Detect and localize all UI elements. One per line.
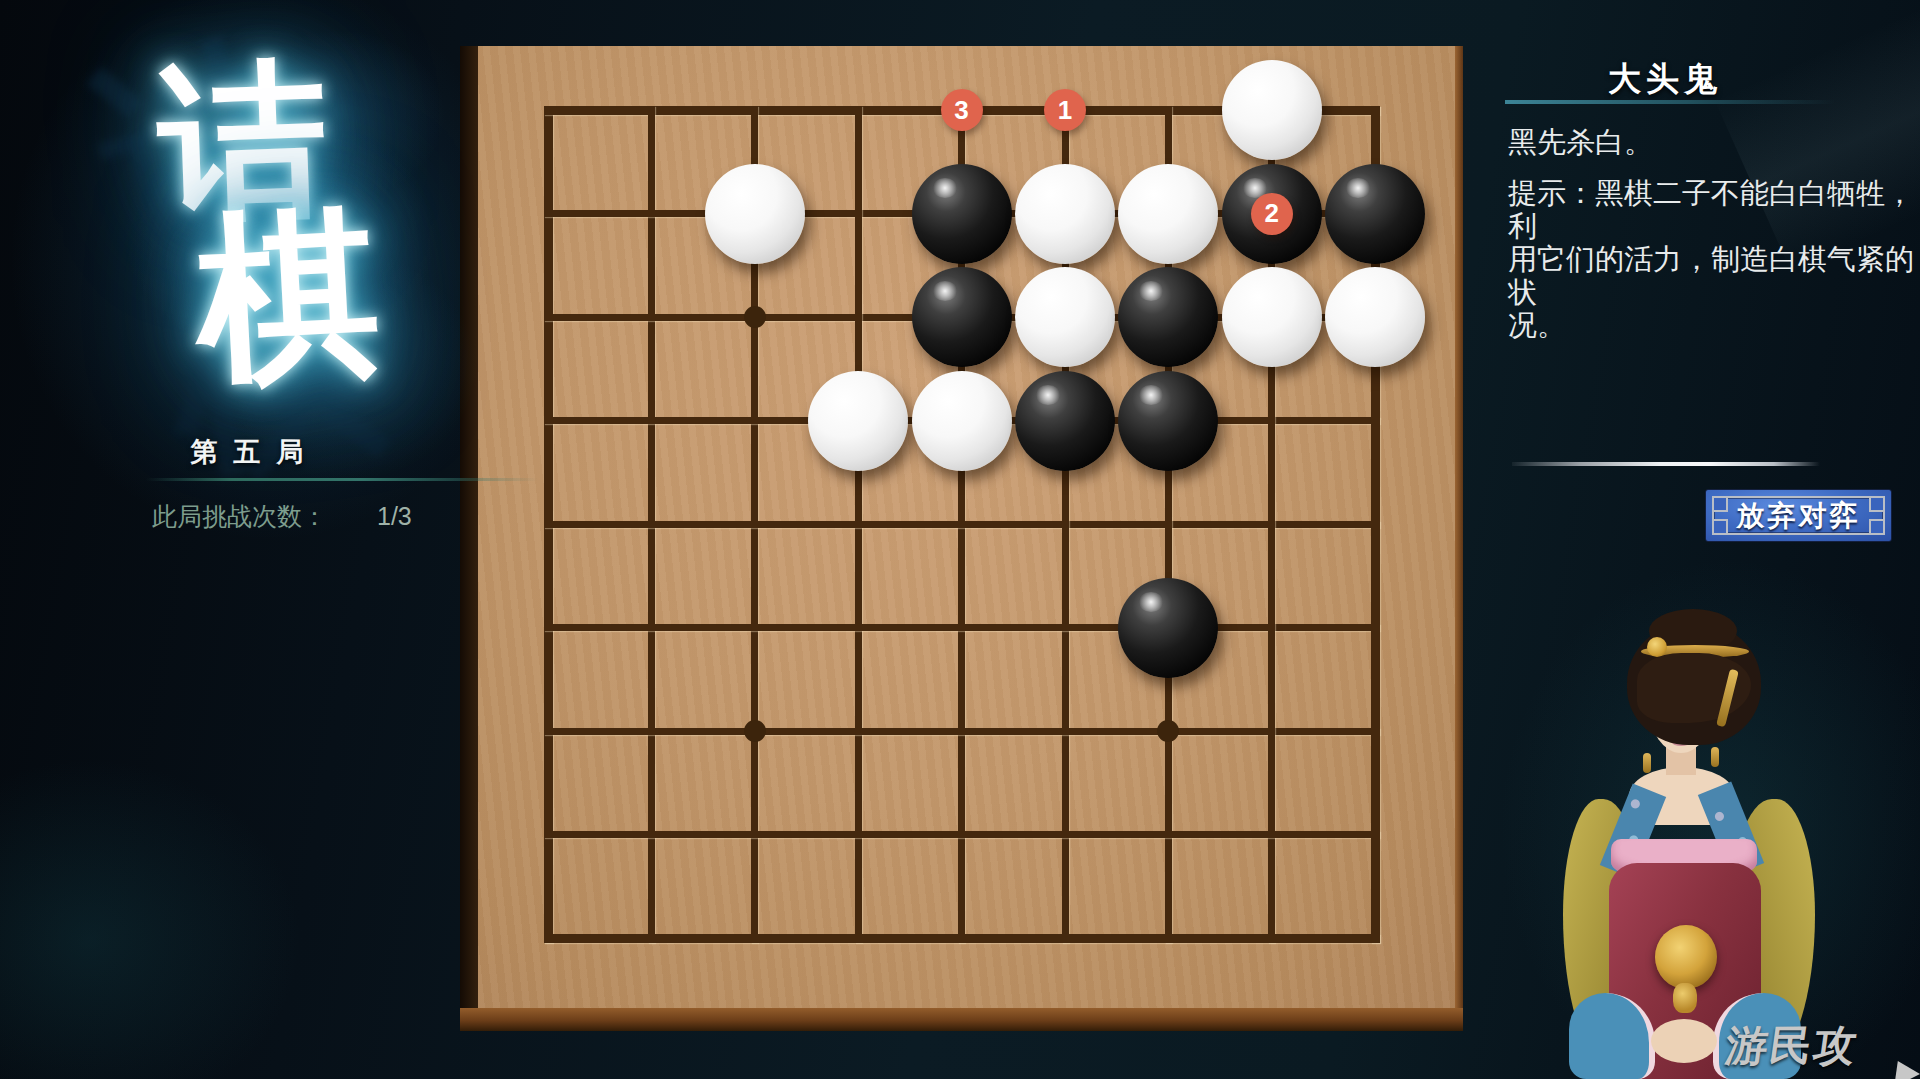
black-stone — [912, 164, 1012, 264]
white-stone — [1222, 267, 1322, 367]
gold-hairpin — [1647, 637, 1667, 657]
white-stone — [808, 371, 908, 471]
black-stone — [1118, 578, 1218, 678]
npc-character-portrait — [1555, 595, 1920, 1079]
earring — [1711, 747, 1719, 767]
hint-line: 提示：黑棋二子不能白白牺牲，利 — [1508, 177, 1918, 243]
attempts-label: 此局挑战次数： — [152, 502, 327, 530]
tsumego-calligraphy-art: 诘 棋 诘 棋 — [85, 0, 460, 450]
black-stone — [1118, 371, 1218, 471]
board-grid-line-horizontal — [544, 624, 1380, 631]
watermark-text: 游民攻略组 — [1714, 1018, 1898, 1079]
give-up-button[interactable]: 放弃对弈 — [1705, 489, 1892, 542]
black-stone — [1325, 164, 1425, 264]
move-number-marker: 2 — [1251, 193, 1293, 235]
black-stone — [912, 267, 1012, 367]
black-stone — [1118, 267, 1218, 367]
stage-divider — [146, 478, 538, 481]
gold-waist-pendant — [1673, 983, 1697, 1013]
attempts-counter: 此局挑战次数：1/3 — [152, 500, 412, 533]
move-number-marker: 3 — [941, 89, 983, 131]
board-grid-line-horizontal — [544, 934, 1380, 943]
white-stone — [912, 371, 1012, 471]
black-stone — [1015, 371, 1115, 471]
attempts-value: 1/3 — [377, 502, 412, 530]
board-grid-line-horizontal — [544, 831, 1380, 838]
puzzle-hint: 提示：黑棋二子不能白白牺牲，利 用它们的活力，制造白棋气紧的状 况。 — [1508, 177, 1918, 342]
give-up-button-label: 放弃对弈 — [1706, 490, 1891, 541]
board-front-edge — [460, 1008, 1463, 1031]
game-screen: 123 诘 棋 诘 棋 第五局 此局挑战次数：1/3 大头鬼 黑先杀白。 提示：… — [0, 0, 1920, 1079]
board-grid-line-horizontal — [544, 728, 1380, 735]
white-stone — [705, 164, 805, 264]
board-left-edge — [460, 46, 478, 1008]
hint-line: 况。 — [1508, 309, 1918, 342]
button-divider — [1512, 462, 1820, 466]
white-stone — [1015, 267, 1115, 367]
gold-waist-ornament — [1655, 925, 1717, 989]
calligraphy-char-qi: 棋 — [191, 171, 386, 425]
puzzle-objective: 黑先杀白。 — [1508, 123, 1908, 163]
white-stone — [1222, 60, 1322, 160]
watermark-arrow-icon — [1894, 1061, 1920, 1079]
puzzle-title: 大头鬼 — [1505, 57, 1825, 102]
title-divider — [1505, 100, 1835, 104]
board-grid-line-horizontal — [544, 521, 1380, 528]
white-stone — [1325, 267, 1425, 367]
watermark: 游民攻略组 — [1714, 1018, 1920, 1079]
white-stone — [1118, 164, 1218, 264]
hint-line: 用它们的活力，制造白棋气紧的状 — [1508, 243, 1918, 309]
stage-label: 第五局 — [130, 434, 380, 470]
background-glow — [0, 760, 300, 1079]
earring — [1643, 753, 1651, 773]
board-right-edge — [1455, 46, 1463, 1008]
move-number-marker: 1 — [1044, 89, 1086, 131]
star-point — [744, 720, 766, 742]
white-stone — [1015, 164, 1115, 264]
star-point — [744, 306, 766, 328]
character-hands — [1651, 1019, 1717, 1063]
